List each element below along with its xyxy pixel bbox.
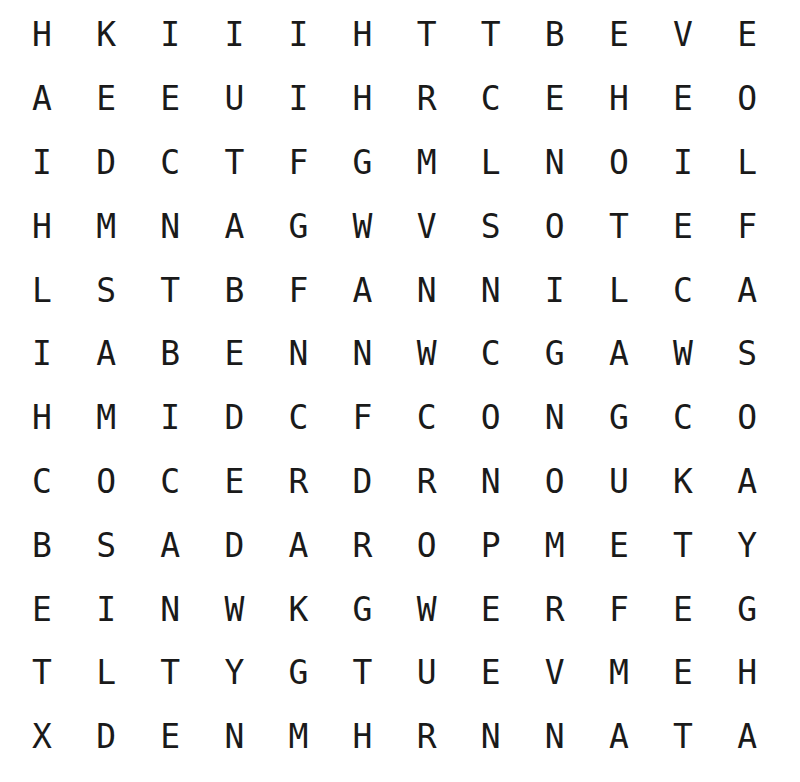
cell-r11c11[interactable]: E xyxy=(651,641,715,705)
cell-r8c12[interactable]: A xyxy=(715,450,779,514)
cell-r2c6[interactable]: H xyxy=(330,67,394,131)
cell-r2c12[interactable]: O xyxy=(715,67,779,131)
cell-r1c10[interactable]: E xyxy=(587,3,651,67)
cell-r7c7[interactable]: C xyxy=(395,386,459,450)
cell-r3c4[interactable]: T xyxy=(202,131,266,195)
cell-r5c11[interactable]: C xyxy=(651,258,715,322)
cell-r8c3[interactable]: C xyxy=(138,450,202,514)
cell-r10c12[interactable]: G xyxy=(715,577,779,641)
cell-r7c2[interactable]: M xyxy=(74,386,138,450)
cell-r4c1[interactable]: H xyxy=(10,194,74,258)
cell-r5c1[interactable]: L xyxy=(10,258,74,322)
cell-r6c12[interactable]: S xyxy=(715,322,779,386)
cell-r5c9[interactable]: I xyxy=(523,258,587,322)
cell-r1c1[interactable]: H xyxy=(10,3,74,67)
cell-r12c3[interactable]: E xyxy=(138,705,202,769)
cell-r7c4[interactable]: D xyxy=(202,386,266,450)
cell-r2c9[interactable]: E xyxy=(523,67,587,131)
cell-r1c3[interactable]: I xyxy=(138,3,202,67)
cell-r3c6[interactable]: G xyxy=(330,131,394,195)
cell-r6c1[interactable]: I xyxy=(10,322,74,386)
cell-r12c4[interactable]: N xyxy=(202,705,266,769)
cell-r3c2[interactable]: D xyxy=(74,131,138,195)
cell-r7c9[interactable]: N xyxy=(523,386,587,450)
cell-r3c9[interactable]: N xyxy=(523,131,587,195)
cell-r2c11[interactable]: E xyxy=(651,67,715,131)
cell-r1c2[interactable]: K xyxy=(74,3,138,67)
cell-r8c2[interactable]: O xyxy=(74,450,138,514)
cell-r10c9[interactable]: R xyxy=(523,577,587,641)
cell-r7c10[interactable]: G xyxy=(587,386,651,450)
cell-r8c4[interactable]: E xyxy=(202,450,266,514)
cell-r12c10[interactable]: A xyxy=(587,705,651,769)
cell-r6c4[interactable]: E xyxy=(202,322,266,386)
cell-r11c3[interactable]: T xyxy=(138,641,202,705)
cell-r11c6[interactable]: T xyxy=(330,641,394,705)
cell-r4c6[interactable]: W xyxy=(330,194,394,258)
cell-r7c6[interactable]: F xyxy=(330,386,394,450)
cell-r4c3[interactable]: N xyxy=(138,194,202,258)
cell-r7c1[interactable]: H xyxy=(10,386,74,450)
cell-r10c3[interactable]: N xyxy=(138,577,202,641)
cell-r4c5[interactable]: G xyxy=(266,194,330,258)
cell-r4c2[interactable]: M xyxy=(74,194,138,258)
cell-r12c8[interactable]: N xyxy=(459,705,523,769)
cell-r4c8[interactable]: S xyxy=(459,194,523,258)
cell-r9c3[interactable]: A xyxy=(138,513,202,577)
cell-r4c12[interactable]: F xyxy=(715,194,779,258)
cell-r8c1[interactable]: C xyxy=(10,450,74,514)
cell-r4c7[interactable]: V xyxy=(395,194,459,258)
cell-r2c10[interactable]: H xyxy=(587,67,651,131)
cell-r12c1[interactable]: X xyxy=(10,705,74,769)
cell-r7c12[interactable]: O xyxy=(715,386,779,450)
cell-r5c8[interactable]: N xyxy=(459,258,523,322)
cell-r9c1[interactable]: B xyxy=(10,513,74,577)
cell-r10c2[interactable]: I xyxy=(74,577,138,641)
cell-r6c7[interactable]: W xyxy=(395,322,459,386)
cell-r9c5[interactable]: A xyxy=(266,513,330,577)
cell-r2c4[interactable]: U xyxy=(202,67,266,131)
cell-r6c9[interactable]: G xyxy=(523,322,587,386)
cell-r9c9[interactable]: M xyxy=(523,513,587,577)
cell-r2c5[interactable]: I xyxy=(266,67,330,131)
cell-r10c8[interactable]: E xyxy=(459,577,523,641)
cell-r6c5[interactable]: N xyxy=(266,322,330,386)
cell-r5c6[interactable]: A xyxy=(330,258,394,322)
cell-r1c9[interactable]: B xyxy=(523,3,587,67)
cell-r11c9[interactable]: V xyxy=(523,641,587,705)
cell-r10c6[interactable]: G xyxy=(330,577,394,641)
cell-r3c11[interactable]: I xyxy=(651,131,715,195)
cell-r3c8[interactable]: L xyxy=(459,131,523,195)
cell-r12c11[interactable]: T xyxy=(651,705,715,769)
cell-r6c3[interactable]: B xyxy=(138,322,202,386)
cell-r10c5[interactable]: K xyxy=(266,577,330,641)
cell-r1c8[interactable]: T xyxy=(459,3,523,67)
cell-r8c10[interactable]: U xyxy=(587,450,651,514)
cell-r10c1[interactable]: E xyxy=(10,577,74,641)
cell-r3c12[interactable]: L xyxy=(715,131,779,195)
cell-r2c3[interactable]: E xyxy=(138,67,202,131)
cell-r9c6[interactable]: R xyxy=(330,513,394,577)
cell-r12c12[interactable]: A xyxy=(715,705,779,769)
cell-r12c6[interactable]: H xyxy=(330,705,394,769)
word-search-grid: HKIIIHTTBEVEAEEUIHRCEHEOIDCTFGMLNOILHMNA… xyxy=(10,3,779,769)
cell-r3c3[interactable]: C xyxy=(138,131,202,195)
cell-r6c8[interactable]: C xyxy=(459,322,523,386)
cell-r5c7[interactable]: N xyxy=(395,258,459,322)
cell-r4c4[interactable]: A xyxy=(202,194,266,258)
cell-r5c5[interactable]: F xyxy=(266,258,330,322)
cell-r11c5[interactable]: G xyxy=(266,641,330,705)
cell-r9c11[interactable]: T xyxy=(651,513,715,577)
cell-r5c3[interactable]: T xyxy=(138,258,202,322)
cell-r7c5[interactable]: C xyxy=(266,386,330,450)
cell-r9c2[interactable]: S xyxy=(74,513,138,577)
cell-r11c8[interactable]: E xyxy=(459,641,523,705)
cell-r10c7[interactable]: W xyxy=(395,577,459,641)
cell-r9c4[interactable]: D xyxy=(202,513,266,577)
cell-r1c7[interactable]: T xyxy=(395,3,459,67)
cell-r11c1[interactable]: T xyxy=(10,641,74,705)
cell-r5c12[interactable]: A xyxy=(715,258,779,322)
cell-r6c11[interactable]: W xyxy=(651,322,715,386)
cell-r1c4[interactable]: I xyxy=(202,3,266,67)
cell-r11c12[interactable]: H xyxy=(715,641,779,705)
cell-r11c10[interactable]: M xyxy=(587,641,651,705)
cell-r1c6[interactable]: H xyxy=(330,3,394,67)
cell-r8c11[interactable]: K xyxy=(651,450,715,514)
cell-r3c10[interactable]: O xyxy=(587,131,651,195)
cell-r12c7[interactable]: R xyxy=(395,705,459,769)
cell-r8c6[interactable]: D xyxy=(330,450,394,514)
cell-r8c5[interactable]: R xyxy=(266,450,330,514)
cell-r8c8[interactable]: N xyxy=(459,450,523,514)
cell-r3c5[interactable]: F xyxy=(266,131,330,195)
cell-r2c8[interactable]: C xyxy=(459,67,523,131)
cell-r10c4[interactable]: W xyxy=(202,577,266,641)
cell-r5c4[interactable]: B xyxy=(202,258,266,322)
cell-r1c11[interactable]: V xyxy=(651,3,715,67)
cell-r10c11[interactable]: E xyxy=(651,577,715,641)
cell-r5c2[interactable]: S xyxy=(74,258,138,322)
cell-r9c12[interactable]: Y xyxy=(715,513,779,577)
cell-r8c7[interactable]: R xyxy=(395,450,459,514)
cell-r9c10[interactable]: E xyxy=(587,513,651,577)
cell-r12c5[interactable]: M xyxy=(266,705,330,769)
cell-r2c2[interactable]: E xyxy=(74,67,138,131)
cell-r2c7[interactable]: R xyxy=(395,67,459,131)
cell-r7c8[interactable]: O xyxy=(459,386,523,450)
cell-r4c9[interactable]: O xyxy=(523,194,587,258)
cell-r11c4[interactable]: Y xyxy=(202,641,266,705)
cell-r6c10[interactable]: A xyxy=(587,322,651,386)
cell-r6c6[interactable]: N xyxy=(330,322,394,386)
cell-r10c10[interactable]: F xyxy=(587,577,651,641)
cell-r3c1[interactable]: I xyxy=(10,131,74,195)
cell-r9c7[interactable]: O xyxy=(395,513,459,577)
cell-r8c9[interactable]: O xyxy=(523,450,587,514)
cell-r1c12[interactable]: E xyxy=(715,3,779,67)
cell-r3c7[interactable]: M xyxy=(395,131,459,195)
cell-r9c8[interactable]: P xyxy=(459,513,523,577)
cell-r6c2[interactable]: A xyxy=(74,322,138,386)
cell-r7c11[interactable]: C xyxy=(651,386,715,450)
cell-r12c9[interactable]: N xyxy=(523,705,587,769)
cell-r2c1[interactable]: A xyxy=(10,67,74,131)
cell-r11c7[interactable]: U xyxy=(395,641,459,705)
cell-r1c5[interactable]: I xyxy=(266,3,330,67)
cell-r12c2[interactable]: D xyxy=(74,705,138,769)
cell-r7c3[interactable]: I xyxy=(138,386,202,450)
cell-r5c10[interactable]: L xyxy=(587,258,651,322)
cell-r4c11[interactable]: E xyxy=(651,194,715,258)
cell-r4c10[interactable]: T xyxy=(587,194,651,258)
cell-r11c2[interactable]: L xyxy=(74,641,138,705)
